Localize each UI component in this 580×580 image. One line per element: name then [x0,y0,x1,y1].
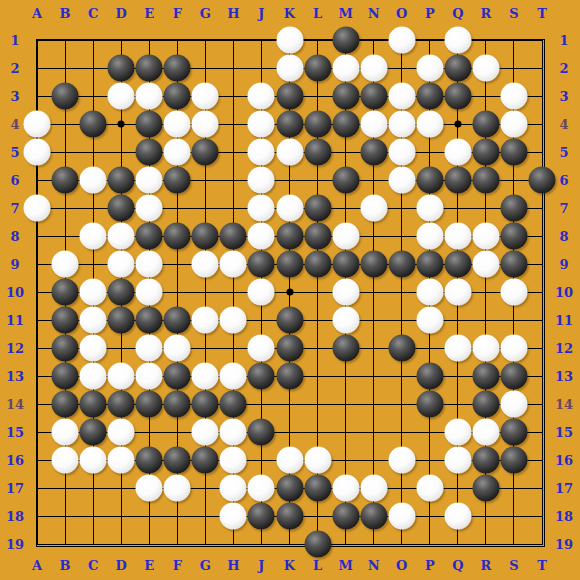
black-stone[interactable] [108,55,135,82]
black-stone[interactable] [276,83,303,110]
black-stone[interactable] [108,307,135,334]
black-stone[interactable] [444,167,471,194]
black-stone[interactable] [472,363,499,390]
white-stone[interactable] [108,251,135,278]
white-stone[interactable] [388,503,415,530]
black-stone[interactable] [52,363,79,390]
black-stone[interactable] [332,503,359,530]
column-label: O [396,558,407,573]
white-stone[interactable] [332,55,359,82]
black-stone[interactable] [472,391,499,418]
star-point [286,289,293,296]
black-stone[interactable] [276,503,303,530]
column-label: D [116,6,127,21]
white-stone[interactable] [136,475,163,502]
black-stone[interactable] [108,391,135,418]
column-label: A [32,558,42,573]
row-label: 12 [555,341,573,356]
black-stone[interactable] [220,391,247,418]
black-stone[interactable] [416,363,443,390]
white-stone[interactable] [248,111,275,138]
row-label: 9 [559,257,568,272]
white-stone[interactable] [220,503,247,530]
white-stone[interactable] [444,335,471,362]
white-stone[interactable] [220,475,247,502]
white-stone[interactable] [332,223,359,250]
white-stone[interactable] [276,139,303,166]
column-label: B [60,6,71,21]
white-stone[interactable] [192,419,219,446]
row-label: 15 [555,425,573,440]
white-stone[interactable] [332,307,359,334]
white-stone[interactable] [472,251,499,278]
row-label: 19 [6,537,24,552]
row-label: 1 [10,33,19,48]
white-stone[interactable] [444,419,471,446]
black-stone[interactable] [472,447,499,474]
white-stone[interactable] [80,363,107,390]
white-stone[interactable] [108,223,135,250]
column-label: K [284,6,295,21]
column-label: M [338,558,352,573]
black-stone[interactable] [416,167,443,194]
column-label: H [227,558,239,573]
column-label: M [338,6,352,21]
white-stone[interactable] [416,111,443,138]
column-label: A [32,6,42,21]
white-stone[interactable] [276,27,303,54]
white-stone[interactable] [220,363,247,390]
black-stone[interactable] [136,55,163,82]
row-label: 6 [10,173,19,188]
white-stone[interactable] [360,475,387,502]
black-stone[interactable] [276,251,303,278]
white-stone[interactable] [276,447,303,474]
white-stone[interactable] [80,447,107,474]
row-label: 5 [559,145,568,160]
white-stone[interactable] [108,363,135,390]
black-stone[interactable] [52,83,79,110]
row-label: 17 [6,481,24,496]
black-stone[interactable] [220,223,247,250]
white-stone[interactable] [220,307,247,334]
white-stone[interactable] [220,251,247,278]
white-stone[interactable] [164,475,191,502]
column-label: S [509,6,518,21]
white-stone[interactable] [444,139,471,166]
white-stone[interactable] [500,391,527,418]
row-label: 7 [559,201,568,216]
white-stone[interactable] [136,363,163,390]
white-stone[interactable] [108,419,135,446]
black-stone[interactable] [52,307,79,334]
white-stone[interactable] [136,335,163,362]
black-stone[interactable] [332,167,359,194]
white-stone[interactable] [472,419,499,446]
row-label: 8 [559,229,568,244]
black-stone[interactable] [500,447,527,474]
white-stone[interactable] [136,167,163,194]
black-stone[interactable] [108,279,135,306]
black-stone[interactable] [332,27,359,54]
white-stone[interactable] [52,251,79,278]
white-stone[interactable] [24,139,51,166]
row-label: 17 [555,481,573,496]
black-stone[interactable] [276,223,303,250]
white-stone[interactable] [416,307,443,334]
black-stone[interactable] [192,447,219,474]
white-stone[interactable] [360,111,387,138]
black-stone[interactable] [80,111,107,138]
white-stone[interactable] [164,335,191,362]
black-stone[interactable] [80,419,107,446]
row-label: 4 [10,117,19,132]
row-label: 16 [555,453,573,468]
black-stone[interactable] [472,475,499,502]
black-stone[interactable] [472,111,499,138]
row-label: 18 [555,509,573,524]
black-stone[interactable] [416,83,443,110]
black-stone[interactable] [136,447,163,474]
white-stone[interactable] [276,55,303,82]
black-stone[interactable] [276,307,303,334]
column-label: B [60,558,71,573]
white-stone[interactable] [388,447,415,474]
white-stone[interactable] [248,279,275,306]
black-stone[interactable] [360,83,387,110]
white-stone[interactable] [472,335,499,362]
black-stone[interactable] [304,55,331,82]
white-stone[interactable] [472,223,499,250]
white-stone[interactable] [220,419,247,446]
black-stone[interactable] [248,251,275,278]
white-stone[interactable] [108,447,135,474]
black-stone[interactable] [164,363,191,390]
white-stone[interactable] [136,83,163,110]
white-stone[interactable] [136,195,163,222]
white-stone[interactable] [332,279,359,306]
row-label: 14 [555,397,573,412]
black-stone[interactable] [444,83,471,110]
column-label: P [425,558,435,573]
go-board[interactable]: AABBCCDDEEFFGGHHJJKKLLMMNNOOPPQQRRSSTT11… [0,0,580,580]
black-stone[interactable] [500,419,527,446]
black-stone[interactable] [52,391,79,418]
black-stone[interactable] [304,251,331,278]
white-stone[interactable] [444,447,471,474]
white-stone[interactable] [108,83,135,110]
black-stone[interactable] [52,279,79,306]
white-stone[interactable] [444,279,471,306]
white-stone[interactable] [248,335,275,362]
column-label: Q [452,558,463,573]
white-stone[interactable] [80,279,107,306]
white-stone[interactable] [500,83,527,110]
column-label: N [368,558,380,573]
black-stone[interactable] [304,111,331,138]
row-label: 14 [6,397,24,412]
column-label: J [258,558,264,573]
black-stone[interactable] [164,307,191,334]
black-stone[interactable] [192,223,219,250]
row-label: 2 [10,61,19,76]
row-label: 11 [555,313,573,328]
black-stone[interactable] [164,391,191,418]
white-stone[interactable] [248,83,275,110]
black-stone[interactable] [332,335,359,362]
white-stone[interactable] [192,83,219,110]
white-stone[interactable] [136,251,163,278]
black-stone[interactable] [360,251,387,278]
black-stone[interactable] [388,251,415,278]
column-label: Q [452,6,463,21]
row-label: 3 [10,89,19,104]
star-point [118,121,125,128]
row-label: 11 [6,313,24,328]
black-stone[interactable] [192,139,219,166]
white-stone[interactable] [388,167,415,194]
white-stone[interactable] [304,447,331,474]
white-stone[interactable] [192,307,219,334]
white-stone[interactable] [192,111,219,138]
row-label: 16 [6,453,24,468]
column-label: H [227,6,239,21]
row-label: 9 [10,257,19,272]
black-stone[interactable] [500,251,527,278]
black-stone[interactable] [360,503,387,530]
white-stone[interactable] [220,447,247,474]
star-point [454,121,461,128]
column-label: E [144,558,154,573]
black-stone[interactable] [472,139,499,166]
black-stone[interactable] [444,251,471,278]
white-stone[interactable] [416,475,443,502]
white-stone[interactable] [248,139,275,166]
row-label: 1 [559,33,568,48]
row-label: 7 [10,201,19,216]
white-stone[interactable] [80,167,107,194]
white-stone[interactable] [388,83,415,110]
black-stone[interactable] [500,363,527,390]
white-stone[interactable] [472,55,499,82]
black-stone[interactable] [248,419,275,446]
black-stone[interactable] [332,111,359,138]
white-stone[interactable] [192,251,219,278]
white-stone[interactable] [444,223,471,250]
column-label: R [480,558,491,573]
row-label: 13 [555,369,573,384]
row-label: 10 [555,285,573,300]
black-stone[interactable] [164,167,191,194]
black-stone[interactable] [276,363,303,390]
white-stone[interactable] [416,279,443,306]
white-stone[interactable] [444,27,471,54]
white-stone[interactable] [500,335,527,362]
black-stone[interactable] [304,475,331,502]
black-stone[interactable] [136,391,163,418]
white-stone[interactable] [52,419,79,446]
black-stone[interactable] [332,251,359,278]
black-stone[interactable] [164,55,191,82]
column-label: K [284,558,295,573]
black-stone[interactable] [332,83,359,110]
black-stone[interactable] [500,223,527,250]
white-stone[interactable] [416,223,443,250]
white-stone[interactable] [248,223,275,250]
column-label: P [425,6,435,21]
column-label: L [313,6,322,21]
column-label: C [88,558,98,573]
black-stone[interactable] [164,83,191,110]
black-stone[interactable] [500,195,527,222]
black-stone[interactable] [304,531,331,558]
black-stone[interactable] [192,391,219,418]
white-stone[interactable] [360,55,387,82]
black-stone[interactable] [164,223,191,250]
row-label: 4 [559,117,568,132]
white-stone[interactable] [80,307,107,334]
white-stone[interactable] [24,195,51,222]
black-stone[interactable] [248,363,275,390]
white-stone[interactable] [80,335,107,362]
black-stone[interactable] [360,139,387,166]
white-stone[interactable] [360,195,387,222]
column-label: G [200,6,211,21]
black-stone[interactable] [444,55,471,82]
white-stone[interactable] [444,503,471,530]
black-stone[interactable] [416,391,443,418]
row-label: 3 [559,89,568,104]
black-stone[interactable] [248,503,275,530]
row-label: 15 [6,425,24,440]
black-stone[interactable] [276,475,303,502]
black-stone[interactable] [472,167,499,194]
white-stone[interactable] [416,55,443,82]
black-stone[interactable] [136,139,163,166]
black-stone[interactable] [529,167,556,194]
black-stone[interactable] [136,111,163,138]
white-stone[interactable] [80,223,107,250]
white-stone[interactable] [248,195,275,222]
white-stone[interactable] [164,111,191,138]
row-label: 6 [559,173,568,188]
white-stone[interactable] [164,139,191,166]
row-label: 2 [559,61,568,76]
black-stone[interactable] [80,391,107,418]
white-stone[interactable] [500,279,527,306]
white-stone[interactable] [136,279,163,306]
black-stone[interactable] [304,195,331,222]
column-label: F [173,558,182,573]
black-stone[interactable] [304,139,331,166]
row-label: 8 [10,229,19,244]
black-stone[interactable] [108,195,135,222]
column-label: T [537,558,547,573]
column-label: O [396,6,407,21]
column-label: E [144,6,154,21]
row-label: 13 [6,369,24,384]
black-stone[interactable] [388,335,415,362]
column-label: F [173,6,182,21]
white-stone[interactable] [248,475,275,502]
black-stone[interactable] [52,167,79,194]
black-stone[interactable] [416,251,443,278]
column-label: J [258,6,264,21]
row-label: 10 [6,285,24,300]
column-label: R [480,6,491,21]
white-stone[interactable] [388,111,415,138]
black-stone[interactable] [276,111,303,138]
white-stone[interactable] [24,111,51,138]
row-label: 18 [6,509,24,524]
row-label: 12 [6,341,24,356]
white-stone[interactable] [416,195,443,222]
black-stone[interactable] [304,223,331,250]
white-stone[interactable] [500,111,527,138]
column-label: D [116,558,127,573]
white-stone[interactable] [276,195,303,222]
row-label: 5 [10,145,19,160]
column-label: S [509,558,518,573]
black-stone[interactable] [136,223,163,250]
white-stone[interactable] [388,27,415,54]
black-stone[interactable] [108,167,135,194]
row-label: 19 [555,537,573,552]
white-stone[interactable] [52,447,79,474]
black-stone[interactable] [500,139,527,166]
black-stone[interactable] [52,335,79,362]
column-label: G [200,558,211,573]
column-label: C [88,6,98,21]
white-stone[interactable] [192,363,219,390]
black-stone[interactable] [276,335,303,362]
column-label: N [368,6,380,21]
column-label: T [537,6,547,21]
column-label: L [313,558,322,573]
black-stone[interactable] [164,447,191,474]
white-stone[interactable] [248,167,275,194]
white-stone[interactable] [332,475,359,502]
white-stone[interactable] [388,139,415,166]
black-stone[interactable] [136,307,163,334]
